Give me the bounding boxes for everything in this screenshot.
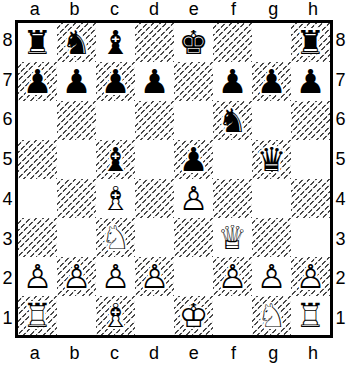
corner-top-right: [333, 0, 348, 20]
white-pawn-piece[interactable]: ♙: [57, 257, 96, 296]
file-label-bottom-h: h: [293, 344, 333, 364]
white-pawn-piece[interactable]: ♙: [96, 257, 135, 296]
white-pawn-piece[interactable]: ♙: [213, 257, 252, 296]
file-labels-top: abcdefgh: [15, 0, 333, 20]
square-f4[interactable]: [213, 179, 252, 218]
square-d6[interactable]: [135, 101, 174, 140]
square-e3[interactable]: [174, 218, 213, 257]
square-h2[interactable]: ♟♙: [291, 257, 330, 296]
file-label-bottom-b: b: [55, 344, 95, 364]
file-label-top-a: a: [15, 0, 55, 20]
square-b3[interactable]: [57, 218, 96, 257]
black-pawn-piece[interactable]: ♟: [213, 62, 252, 101]
square-a7[interactable]: ♟: [18, 62, 57, 101]
square-d4[interactable]: [135, 179, 174, 218]
rank-label-left-8: 8: [0, 31, 15, 49]
square-f1[interactable]: [213, 296, 252, 335]
corner-bottom-left: [0, 338, 15, 375]
square-d8[interactable]: [135, 23, 174, 62]
white-bishop-piece[interactable]: ♗: [96, 296, 135, 335]
square-c5[interactable]: ♝: [96, 140, 135, 179]
square-f3[interactable]: ♛♕: [213, 218, 252, 257]
square-c8[interactable]: ♝: [96, 23, 135, 62]
square-h7[interactable]: ♟: [291, 62, 330, 101]
rank-label-right-4: 4: [333, 190, 348, 208]
rank-label-right-6: 6: [333, 110, 348, 128]
square-c1[interactable]: ♝♗: [96, 296, 135, 335]
square-a6[interactable]: [18, 101, 57, 140]
white-rook-piece[interactable]: ♖: [18, 296, 57, 335]
file-label-top-b: b: [55, 0, 95, 20]
square-b2[interactable]: ♟♙: [57, 257, 96, 296]
black-pawn-piece[interactable]: ♟: [18, 62, 57, 101]
rank-label-left-2: 2: [0, 269, 15, 287]
square-g4[interactable]: [252, 179, 291, 218]
white-queen-piece[interactable]: ♕: [213, 218, 252, 257]
square-g1[interactable]: ♞♘: [252, 296, 291, 335]
file-label-top-d: d: [134, 0, 174, 20]
square-d2[interactable]: ♟♙: [135, 257, 174, 296]
file-label-top-f: f: [214, 0, 254, 20]
file-label-bottom-f: f: [214, 344, 254, 364]
square-a3[interactable]: [18, 218, 57, 257]
square-e6[interactable]: [174, 101, 213, 140]
rank-label-left-6: 6: [0, 110, 15, 128]
file-labels-bottom: abcdefgh: [15, 338, 333, 375]
file-label-bottom-c: c: [95, 344, 135, 364]
square-a2[interactable]: ♟♙: [18, 257, 57, 296]
rank-labels-left: 87654321: [0, 20, 15, 338]
square-b6[interactable]: [57, 101, 96, 140]
white-knight-piece[interactable]: ♘: [96, 218, 135, 257]
file-label-top-c: c: [95, 0, 135, 20]
black-knight-piece[interactable]: ♞: [213, 101, 252, 140]
square-b4[interactable]: [57, 179, 96, 218]
file-label-top-g: g: [254, 0, 294, 20]
square-h5[interactable]: [291, 140, 330, 179]
square-e7[interactable]: [174, 62, 213, 101]
black-pawn-piece[interactable]: ♟: [96, 62, 135, 101]
black-pawn-piece[interactable]: ♟: [57, 62, 96, 101]
black-bishop-piece[interactable]: ♝: [96, 140, 135, 179]
white-pawn-piece[interactable]: ♙: [18, 257, 57, 296]
square-h1[interactable]: ♜♖: [291, 296, 330, 335]
white-pawn-piece[interactable]: ♙: [135, 257, 174, 296]
square-h8[interactable]: ♜: [291, 23, 330, 62]
white-pawn-piece[interactable]: ♙: [252, 257, 291, 296]
square-a1[interactable]: ♜♖: [18, 296, 57, 335]
white-king-piece[interactable]: ♔: [174, 296, 213, 335]
square-b1[interactable]: [57, 296, 96, 335]
square-d1[interactable]: [135, 296, 174, 335]
square-h3[interactable]: [291, 218, 330, 257]
black-pawn-piece[interactable]: ♟: [135, 62, 174, 101]
square-a5[interactable]: [18, 140, 57, 179]
black-pawn-piece[interactable]: ♟: [252, 62, 291, 101]
rank-label-left-4: 4: [0, 190, 15, 208]
square-g8[interactable]: [252, 23, 291, 62]
white-knight-piece[interactable]: ♘: [252, 296, 291, 335]
file-label-bottom-d: d: [134, 344, 174, 364]
black-queen-piece[interactable]: ♛: [252, 140, 291, 179]
square-b5[interactable]: [57, 140, 96, 179]
square-f7[interactable]: ♟: [213, 62, 252, 101]
square-b8[interactable]: ♞: [57, 23, 96, 62]
rank-label-left-7: 7: [0, 71, 15, 89]
corner-top-left: [0, 0, 15, 20]
chess-diagram: abcdefgh 87654321 ♜♞♝♚♜♟♟♟♟♟♟♟♞♝♟♛♝♗♟♙♞♘…: [0, 0, 348, 375]
rank-label-right-7: 7: [333, 71, 348, 89]
square-e1[interactable]: ♚♔: [174, 296, 213, 335]
square-d7[interactable]: ♟: [135, 62, 174, 101]
rank-label-right-5: 5: [333, 150, 348, 168]
square-c2[interactable]: ♟♙: [96, 257, 135, 296]
corner-bottom-right: [333, 338, 348, 375]
square-a8[interactable]: ♜: [18, 23, 57, 62]
rank-label-left-5: 5: [0, 150, 15, 168]
rank-label-right-3: 3: [333, 230, 348, 248]
white-pawn-piece[interactable]: ♙: [291, 257, 330, 296]
square-c7[interactable]: ♟: [96, 62, 135, 101]
black-knight-piece[interactable]: ♞: [57, 23, 96, 62]
square-f2[interactable]: ♟♙: [213, 257, 252, 296]
black-rook-piece[interactable]: ♜: [18, 23, 57, 62]
black-pawn-piece[interactable]: ♟: [174, 140, 213, 179]
file-label-top-e: e: [174, 0, 214, 20]
square-c6[interactable]: [96, 101, 135, 140]
rank-label-left-1: 1: [0, 309, 15, 327]
square-g7[interactable]: ♟: [252, 62, 291, 101]
rank-label-left-3: 3: [0, 230, 15, 248]
file-label-bottom-g: g: [254, 344, 294, 364]
rank-labels-right: 87654321: [333, 20, 348, 338]
square-d3[interactable]: [135, 218, 174, 257]
square-e4[interactable]: ♟♙: [174, 179, 213, 218]
square-g5[interactable]: ♛: [252, 140, 291, 179]
square-b7[interactable]: ♟: [57, 62, 96, 101]
chessboard: ♜♞♝♚♜♟♟♟♟♟♟♟♞♝♟♛♝♗♟♙♞♘♛♕♟♙♟♙♟♙♟♙♟♙♟♙♟♙♜♖…: [15, 20, 333, 338]
black-rook-piece[interactable]: ♜: [291, 23, 330, 62]
file-label-bottom-e: e: [174, 344, 214, 364]
black-bishop-piece[interactable]: ♝: [96, 23, 135, 62]
square-f8[interactable]: [213, 23, 252, 62]
square-h6[interactable]: [291, 101, 330, 140]
square-f5[interactable]: [213, 140, 252, 179]
square-h4[interactable]: [291, 179, 330, 218]
square-g2[interactable]: ♟♙: [252, 257, 291, 296]
white-pawn-piece[interactable]: ♙: [174, 179, 213, 218]
square-f6[interactable]: ♞: [213, 101, 252, 140]
square-g3[interactable]: [252, 218, 291, 257]
file-label-bottom-a: a: [15, 344, 55, 364]
black-pawn-piece[interactable]: ♟: [291, 62, 330, 101]
rank-label-right-8: 8: [333, 31, 348, 49]
square-e5[interactable]: ♟: [174, 140, 213, 179]
rank-label-right-1: 1: [333, 309, 348, 327]
white-rook-piece[interactable]: ♖: [291, 296, 330, 335]
file-label-top-h: h: [293, 0, 333, 20]
square-d5[interactable]: [135, 140, 174, 179]
square-g6[interactable]: [252, 101, 291, 140]
square-c4[interactable]: ♝♗: [96, 179, 135, 218]
square-a4[interactable]: [18, 179, 57, 218]
rank-label-right-2: 2: [333, 269, 348, 287]
square-e2[interactable]: [174, 257, 213, 296]
white-bishop-piece[interactable]: ♗: [96, 179, 135, 218]
black-king-piece[interactable]: ♚: [174, 23, 213, 62]
square-c3[interactable]: ♞♘: [96, 218, 135, 257]
square-e8[interactable]: ♚: [174, 23, 213, 62]
